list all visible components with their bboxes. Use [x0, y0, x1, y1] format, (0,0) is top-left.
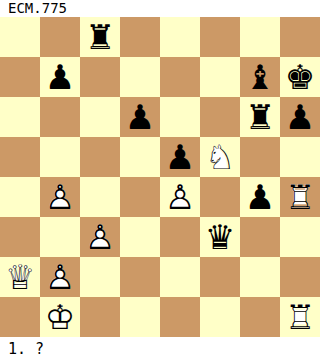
square-h7[interactable]: ♚ — [280, 57, 320, 97]
square-c3[interactable]: ♟♙ — [80, 217, 120, 257]
bq-piece: ♛ — [200, 217, 240, 257]
wr-piece: ♖ — [280, 297, 320, 337]
chess-board: ♜♟♝♚♟♜♟♟♞♘♟♙♟♙♟♜♖♟♙♛♛♕♟♙♚♔♜♖ — [0, 17, 320, 337]
square-e6[interactable] — [160, 97, 200, 137]
square-f5[interactable]: ♞♘ — [200, 137, 240, 177]
wp-piece: ♙ — [40, 177, 80, 217]
square-e3[interactable] — [160, 217, 200, 257]
move-prompt: 1. ? — [0, 337, 320, 358]
square-g7[interactable]: ♝ — [240, 57, 280, 97]
wp-piece: ♙ — [40, 257, 80, 297]
br-piece: ♜ — [80, 17, 120, 57]
wq-piece-fill: ♛ — [0, 257, 40, 297]
square-c5[interactable] — [80, 137, 120, 177]
square-h3[interactable] — [280, 217, 320, 257]
square-b7[interactable]: ♟ — [40, 57, 80, 97]
wp-piece: ♙ — [160, 177, 200, 217]
square-h6[interactable]: ♟ — [280, 97, 320, 137]
square-c7[interactable] — [80, 57, 120, 97]
square-c2[interactable] — [80, 257, 120, 297]
square-f3[interactable]: ♛ — [200, 217, 240, 257]
square-e4[interactable]: ♟♙ — [160, 177, 200, 217]
square-a7[interactable] — [0, 57, 40, 97]
square-b5[interactable] — [40, 137, 80, 177]
square-d4[interactable] — [120, 177, 160, 217]
square-g3[interactable] — [240, 217, 280, 257]
square-a4[interactable] — [0, 177, 40, 217]
square-h5[interactable] — [280, 137, 320, 177]
square-c6[interactable] — [80, 97, 120, 137]
square-f6[interactable] — [200, 97, 240, 137]
square-d3[interactable] — [120, 217, 160, 257]
wn-piece-fill: ♞ — [200, 137, 240, 177]
bp-piece: ♟ — [40, 57, 80, 97]
square-f1[interactable] — [200, 297, 240, 337]
wp-piece-fill: ♟ — [40, 177, 80, 217]
square-d6[interactable]: ♟ — [120, 97, 160, 137]
square-c4[interactable] — [80, 177, 120, 217]
square-d8[interactable] — [120, 17, 160, 57]
bp-piece: ♟ — [160, 137, 200, 177]
bp-piece: ♟ — [240, 177, 280, 217]
square-g4[interactable]: ♟ — [240, 177, 280, 217]
wq-piece: ♕ — [0, 257, 40, 297]
square-h8[interactable] — [280, 17, 320, 57]
wp-piece-fill: ♟ — [160, 177, 200, 217]
square-f2[interactable] — [200, 257, 240, 297]
square-b1[interactable]: ♚♔ — [40, 297, 80, 337]
square-g2[interactable] — [240, 257, 280, 297]
square-g6[interactable]: ♜ — [240, 97, 280, 137]
square-d2[interactable] — [120, 257, 160, 297]
square-e1[interactable] — [160, 297, 200, 337]
square-h1[interactable]: ♜♖ — [280, 297, 320, 337]
square-f4[interactable] — [200, 177, 240, 217]
square-b6[interactable] — [40, 97, 80, 137]
bp-piece: ♟ — [280, 97, 320, 137]
square-b3[interactable] — [40, 217, 80, 257]
square-c1[interactable] — [80, 297, 120, 337]
square-h4[interactable]: ♜♖ — [280, 177, 320, 217]
square-e5[interactable]: ♟ — [160, 137, 200, 177]
wk-piece-fill: ♚ — [40, 297, 80, 337]
wp-piece: ♙ — [80, 217, 120, 257]
square-h2[interactable] — [280, 257, 320, 297]
square-e7[interactable] — [160, 57, 200, 97]
square-g1[interactable] — [240, 297, 280, 337]
bp-piece: ♟ — [120, 97, 160, 137]
square-b8[interactable] — [40, 17, 80, 57]
square-d5[interactable] — [120, 137, 160, 177]
bb-piece: ♝ — [240, 57, 280, 97]
square-b2[interactable]: ♟♙ — [40, 257, 80, 297]
wr-piece-fill: ♜ — [280, 297, 320, 337]
wr-piece-fill: ♜ — [280, 177, 320, 217]
bk-piece: ♚ — [280, 57, 320, 97]
square-a5[interactable] — [0, 137, 40, 177]
wn-piece: ♘ — [200, 137, 240, 177]
square-g8[interactable] — [240, 17, 280, 57]
square-f8[interactable] — [200, 17, 240, 57]
square-b4[interactable]: ♟♙ — [40, 177, 80, 217]
square-a1[interactable] — [0, 297, 40, 337]
page-title: ECM.775 — [0, 0, 320, 17]
wp-piece-fill: ♟ — [80, 217, 120, 257]
square-g5[interactable] — [240, 137, 280, 177]
square-a8[interactable] — [0, 17, 40, 57]
square-d7[interactable] — [120, 57, 160, 97]
br-piece: ♜ — [240, 97, 280, 137]
square-c8[interactable]: ♜ — [80, 17, 120, 57]
square-e8[interactable] — [160, 17, 200, 57]
square-a6[interactable] — [0, 97, 40, 137]
square-d1[interactable] — [120, 297, 160, 337]
square-a2[interactable]: ♛♕ — [0, 257, 40, 297]
square-a3[interactable] — [0, 217, 40, 257]
wk-piece: ♔ — [40, 297, 80, 337]
wp-piece-fill: ♟ — [40, 257, 80, 297]
wr-piece: ♖ — [280, 177, 320, 217]
square-e2[interactable] — [160, 257, 200, 297]
square-f7[interactable] — [200, 57, 240, 97]
